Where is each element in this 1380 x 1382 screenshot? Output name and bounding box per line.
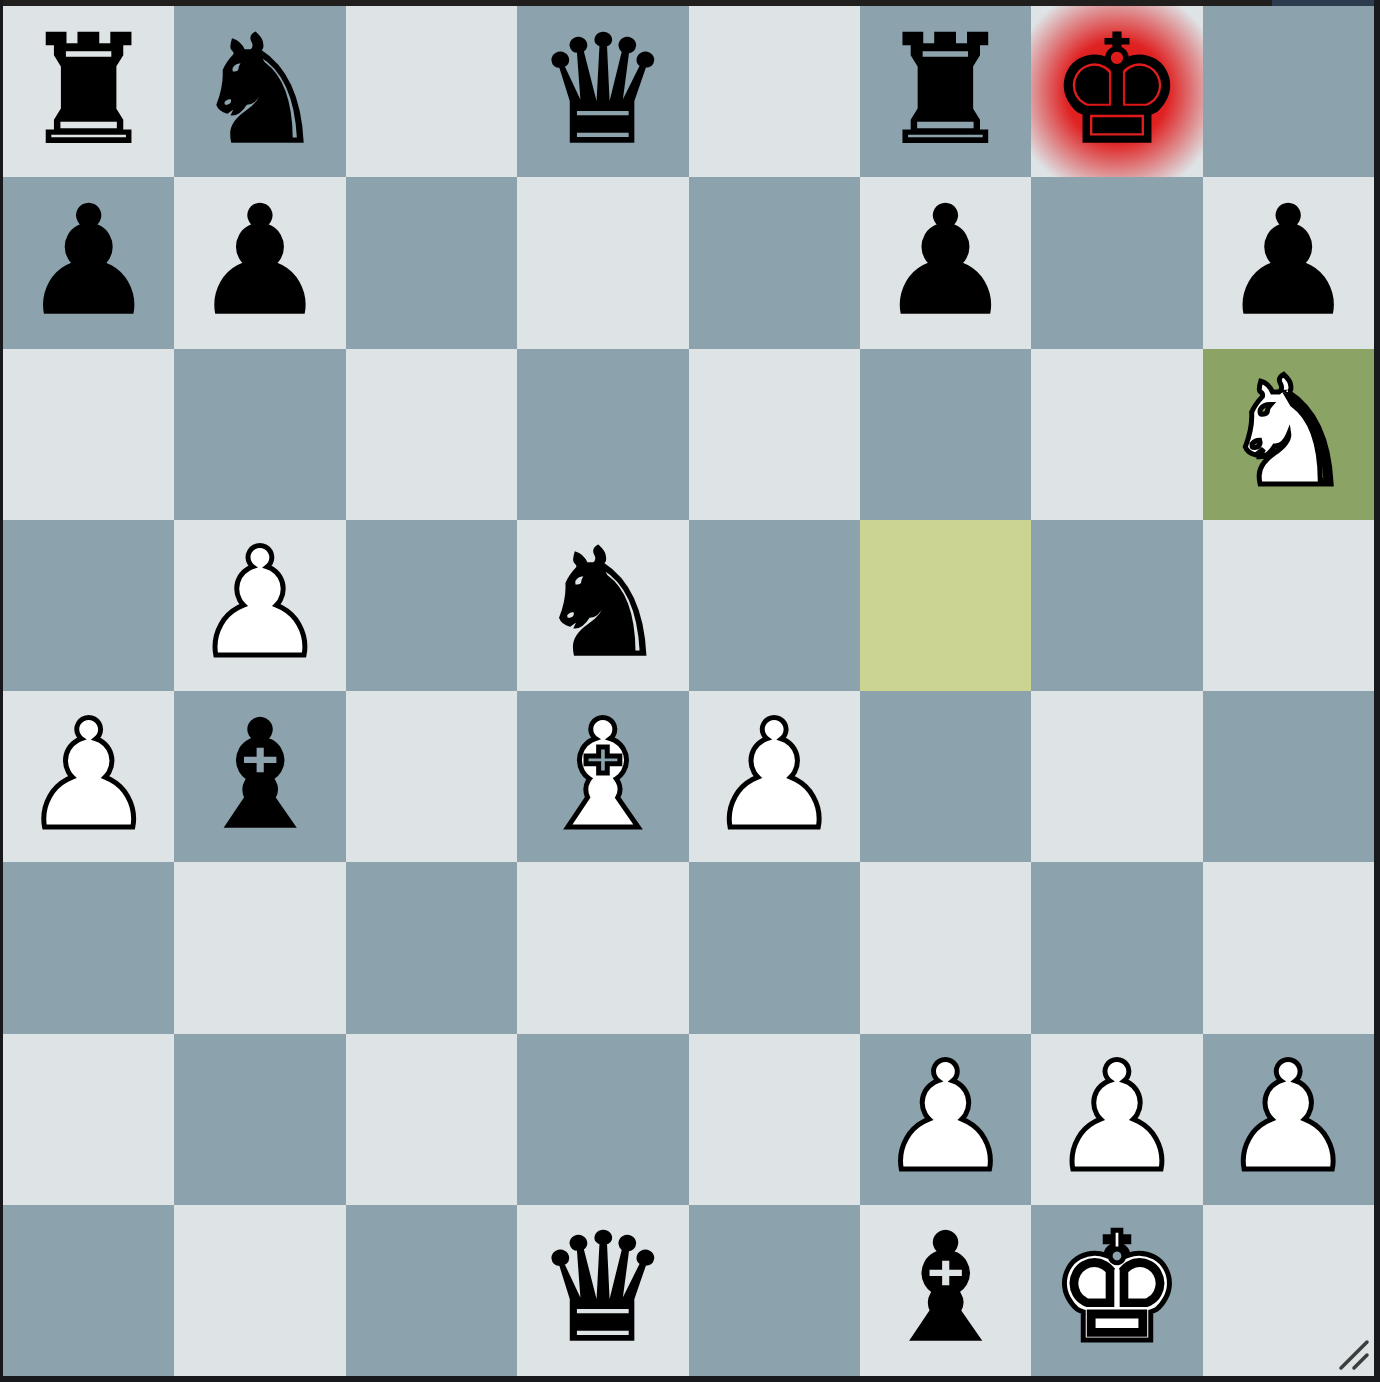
piece-white-pawn[interactable]: ♟ bbox=[707, 700, 841, 850]
window-left-edge bbox=[0, 0, 3, 1382]
square-e3[interactable] bbox=[689, 862, 860, 1033]
square-c8[interactable] bbox=[346, 6, 517, 177]
square-h6[interactable]: ♞ bbox=[1203, 349, 1374, 520]
square-d5[interactable]: ♞ bbox=[517, 520, 688, 691]
piece-white-king[interactable]: ♚ bbox=[1050, 1213, 1184, 1363]
square-f1[interactable]: ♝ bbox=[860, 1205, 1031, 1376]
window-bottom-edge bbox=[0, 1376, 1380, 1382]
piece-white-pawn[interactable]: ♟ bbox=[1050, 1042, 1184, 1192]
piece-white-pawn[interactable]: ♟ bbox=[878, 1042, 1012, 1192]
square-a2[interactable] bbox=[3, 1034, 174, 1205]
square-c5[interactable] bbox=[346, 520, 517, 691]
square-g3[interactable] bbox=[1031, 862, 1202, 1033]
piece-black-knight[interactable]: ♞ bbox=[536, 528, 670, 678]
square-c3[interactable] bbox=[346, 862, 517, 1033]
square-b5[interactable]: ♟ bbox=[174, 520, 345, 691]
square-a5[interactable] bbox=[3, 520, 174, 691]
square-g8[interactable]: ♚ bbox=[1031, 6, 1202, 177]
square-e7[interactable] bbox=[689, 177, 860, 348]
resize-handle-icon[interactable] bbox=[1333, 1334, 1371, 1372]
square-f8[interactable]: ♜ bbox=[860, 6, 1031, 177]
piece-black-knight[interactable]: ♞ bbox=[193, 15, 327, 165]
piece-white-pawn[interactable]: ♟ bbox=[21, 700, 155, 850]
square-g1[interactable]: ♚ bbox=[1031, 1205, 1202, 1376]
square-f5[interactable] bbox=[860, 520, 1031, 691]
square-b3[interactable] bbox=[174, 862, 345, 1033]
piece-black-rook[interactable]: ♜ bbox=[21, 15, 155, 165]
square-f2[interactable]: ♟ bbox=[860, 1034, 1031, 1205]
square-d2[interactable] bbox=[517, 1034, 688, 1205]
piece-black-pawn[interactable]: ♟ bbox=[193, 186, 327, 336]
square-b4[interactable]: ♝ bbox=[174, 691, 345, 862]
piece-white-pawn[interactable]: ♟ bbox=[1221, 1042, 1355, 1192]
square-d3[interactable] bbox=[517, 862, 688, 1033]
square-c4[interactable] bbox=[346, 691, 517, 862]
square-e4[interactable]: ♟ bbox=[689, 691, 860, 862]
square-d8[interactable]: ♛ bbox=[517, 6, 688, 177]
square-g4[interactable] bbox=[1031, 691, 1202, 862]
square-f6[interactable] bbox=[860, 349, 1031, 520]
square-h2[interactable]: ♟ bbox=[1203, 1034, 1374, 1205]
square-h4[interactable] bbox=[1203, 691, 1374, 862]
piece-black-king[interactable]: ♚ bbox=[1050, 15, 1184, 165]
square-e1[interactable] bbox=[689, 1205, 860, 1376]
square-c6[interactable] bbox=[346, 349, 517, 520]
square-b1[interactable] bbox=[174, 1205, 345, 1376]
square-b7[interactable]: ♟ bbox=[174, 177, 345, 348]
piece-white-knight[interactable]: ♞ bbox=[1221, 357, 1355, 507]
square-a8[interactable]: ♜ bbox=[3, 6, 174, 177]
square-b8[interactable]: ♞ bbox=[174, 6, 345, 177]
square-c2[interactable] bbox=[346, 1034, 517, 1205]
chess-board[interactable]: ♜♞♛♜♚♟♟♟♟♞♟♞♟♝♝♟♟♟♟♛♝♚ bbox=[3, 6, 1374, 1376]
window-top-edge-accent bbox=[1272, 0, 1380, 6]
square-g7[interactable] bbox=[1031, 177, 1202, 348]
piece-black-pawn[interactable]: ♟ bbox=[878, 186, 1012, 336]
square-g5[interactable] bbox=[1031, 520, 1202, 691]
piece-white-pawn[interactable]: ♟ bbox=[193, 528, 327, 678]
piece-black-pawn[interactable]: ♟ bbox=[21, 186, 155, 336]
square-e2[interactable] bbox=[689, 1034, 860, 1205]
square-d6[interactable] bbox=[517, 349, 688, 520]
piece-black-bishop[interactable]: ♝ bbox=[878, 1213, 1012, 1363]
square-h5[interactable] bbox=[1203, 520, 1374, 691]
square-e5[interactable] bbox=[689, 520, 860, 691]
piece-black-rook[interactable]: ♜ bbox=[878, 15, 1012, 165]
square-a3[interactable] bbox=[3, 862, 174, 1033]
square-g2[interactable]: ♟ bbox=[1031, 1034, 1202, 1205]
square-c7[interactable] bbox=[346, 177, 517, 348]
square-h8[interactable] bbox=[1203, 6, 1374, 177]
square-d7[interactable] bbox=[517, 177, 688, 348]
square-c1[interactable] bbox=[346, 1205, 517, 1376]
square-d1[interactable]: ♛ bbox=[517, 1205, 688, 1376]
square-g6[interactable] bbox=[1031, 349, 1202, 520]
square-d4[interactable]: ♝ bbox=[517, 691, 688, 862]
piece-white-bishop[interactable]: ♝ bbox=[536, 700, 670, 850]
window-right-edge bbox=[1374, 0, 1380, 1382]
square-e8[interactable] bbox=[689, 6, 860, 177]
square-b6[interactable] bbox=[174, 349, 345, 520]
piece-black-queen[interactable]: ♛ bbox=[536, 15, 670, 165]
piece-black-queen[interactable]: ♛ bbox=[536, 1213, 670, 1363]
window-top-edge bbox=[0, 0, 1272, 6]
square-a4[interactable]: ♟ bbox=[3, 691, 174, 862]
square-f7[interactable]: ♟ bbox=[860, 177, 1031, 348]
square-e6[interactable] bbox=[689, 349, 860, 520]
square-a6[interactable] bbox=[3, 349, 174, 520]
square-f3[interactable] bbox=[860, 862, 1031, 1033]
chess-app-window: ♜♞♛♜♚♟♟♟♟♞♟♞♟♝♝♟♟♟♟♛♝♚ bbox=[0, 0, 1380, 1382]
square-a7[interactable]: ♟ bbox=[3, 177, 174, 348]
square-b2[interactable] bbox=[174, 1034, 345, 1205]
square-f4[interactable] bbox=[860, 691, 1031, 862]
piece-black-pawn[interactable]: ♟ bbox=[1221, 186, 1355, 336]
square-h7[interactable]: ♟ bbox=[1203, 177, 1374, 348]
square-h3[interactable] bbox=[1203, 862, 1374, 1033]
square-a1[interactable] bbox=[3, 1205, 174, 1376]
piece-black-bishop[interactable]: ♝ bbox=[193, 700, 327, 850]
